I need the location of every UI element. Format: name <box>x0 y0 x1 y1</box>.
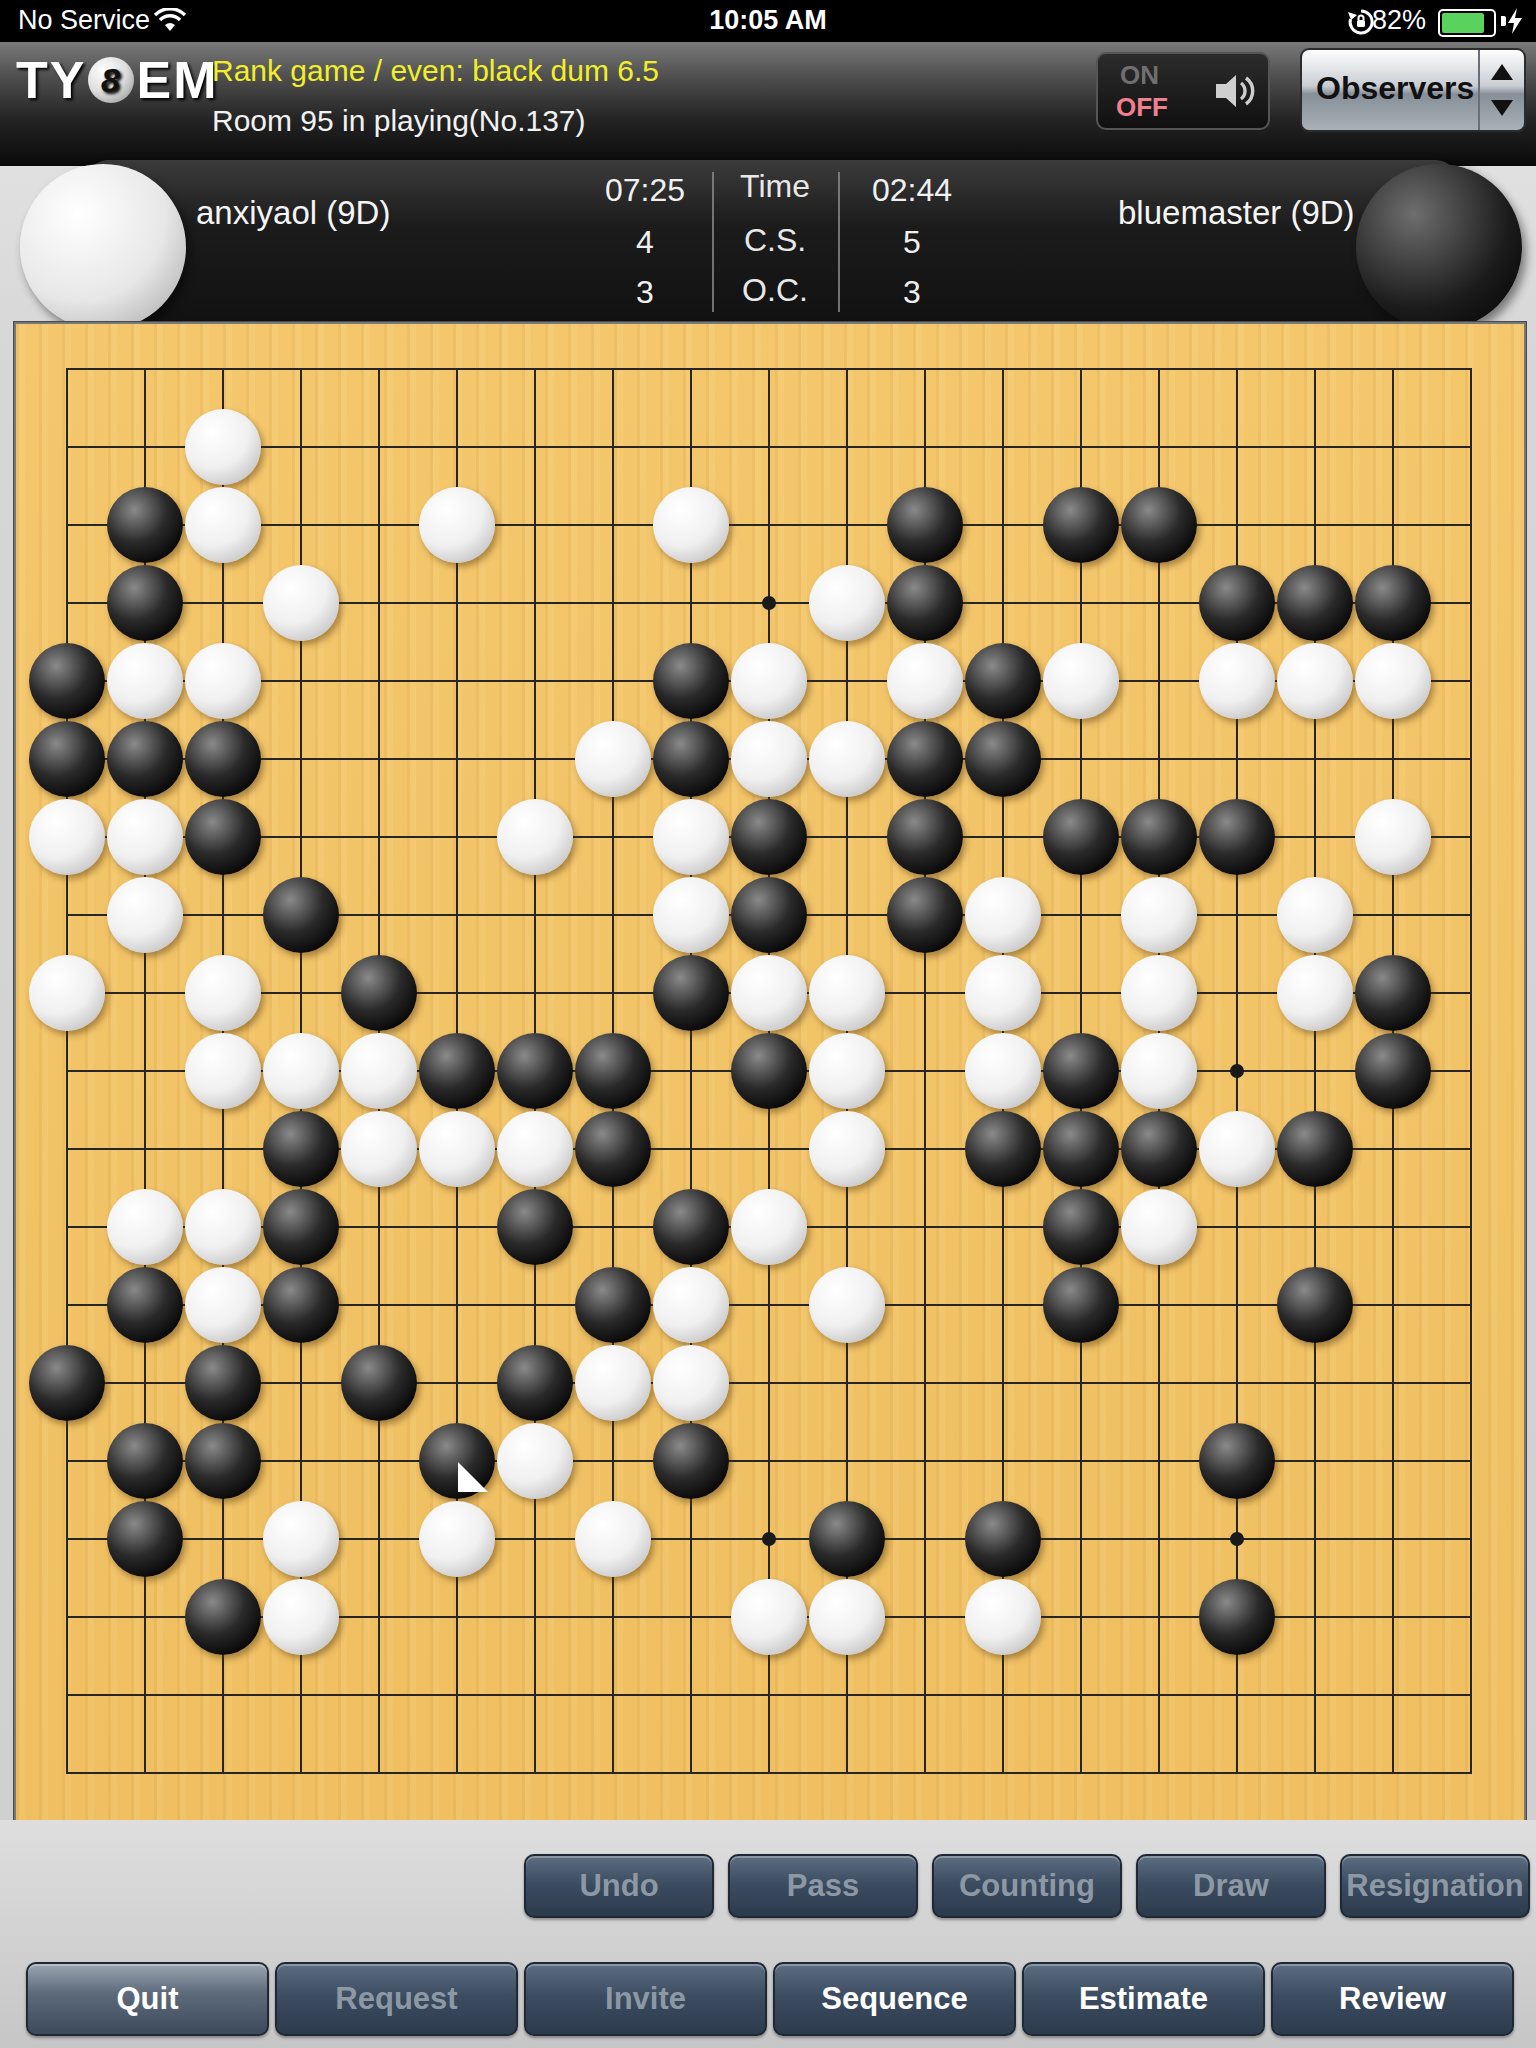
invite-button[interactable]: Invite <box>524 1962 767 2036</box>
white-stone-c3r12 <box>185 1189 261 1265</box>
black-stone-c5r14 <box>341 1345 417 1421</box>
black-stone-c8r11 <box>575 1111 651 1187</box>
white-stone-c10r5 <box>731 643 807 719</box>
white-stone-c11r4 <box>809 565 885 641</box>
white-stone-c3r10 <box>185 1033 261 1109</box>
black-stone-c2r3 <box>107 487 183 563</box>
black-stone-c12r4 <box>887 565 963 641</box>
black-stone-c4r13 <box>263 1267 339 1343</box>
battery-percent-label: 82% <box>1372 5 1426 36</box>
black-stone-c18r10 <box>1355 1033 1431 1109</box>
black-stone-c9r15 <box>653 1423 729 1499</box>
black-stone-c13r6 <box>965 721 1041 797</box>
black-stone-c18r4 <box>1355 565 1431 641</box>
sequence-button[interactable]: Sequence <box>773 1962 1016 2036</box>
panel-divider <box>712 172 714 312</box>
white-stone-c2r7 <box>107 799 183 875</box>
white-stone-c8r16 <box>575 1501 651 1577</box>
white-stone-c5r10 <box>341 1033 417 1109</box>
black-stone-c3r17 <box>185 1579 261 1655</box>
white-stone-c15r8 <box>1121 877 1197 953</box>
black-stone-c18r9 <box>1355 955 1431 1031</box>
black-stone-c1r5 <box>29 643 105 719</box>
white-stone-c10r12 <box>731 1189 807 1265</box>
black-stone-c7r10 <box>497 1033 573 1109</box>
estimate-button[interactable]: Estimate <box>1022 1962 1265 2036</box>
white-stone-c4r16 <box>263 1501 339 1577</box>
go-board[interactable] <box>14 322 1526 1824</box>
white-stone-c16r5 <box>1199 643 1275 719</box>
black-stone-c12r3 <box>887 487 963 563</box>
white-stone-c11r17 <box>809 1579 885 1655</box>
black-stone-c2r6 <box>107 721 183 797</box>
white-stone-c2r8 <box>107 877 183 953</box>
black-stone-c10r8 <box>731 877 807 953</box>
star-point <box>1230 1064 1244 1078</box>
black-stone-c9r6 <box>653 721 729 797</box>
white-stone-c11r11 <box>809 1111 885 1187</box>
grid-line-h <box>66 1382 1472 1384</box>
left-oc: 3 <box>585 274 705 311</box>
white-stone-c3r5 <box>185 643 261 719</box>
status-bar: No Service 10:05 AM 82% <box>0 0 1536 42</box>
black-stone-c2r15 <box>107 1423 183 1499</box>
black-stone-c17r13 <box>1277 1267 1353 1343</box>
sound-on-label: ON <box>1120 60 1159 91</box>
white-stone-c13r17 <box>965 1579 1041 1655</box>
grid-line-v <box>1470 368 1472 1774</box>
white-stone-c11r9 <box>809 955 885 1031</box>
white-stone-c3r3 <box>185 487 261 563</box>
captures-label: C.S. <box>715 222 835 259</box>
white-stone-c6r3 <box>419 487 495 563</box>
clock-label: 10:05 AM <box>709 5 827 36</box>
tygem-logo: TY8EM <box>16 50 218 110</box>
battery-icon <box>1438 9 1496 37</box>
black-stone-c13r5 <box>965 643 1041 719</box>
white-stone-c8r6 <box>575 721 651 797</box>
white-stone-c1r7 <box>29 799 105 875</box>
white-stone-c9r8 <box>653 877 729 953</box>
white-stone-c15r12 <box>1121 1189 1197 1265</box>
black-stone-c10r10 <box>731 1033 807 1109</box>
white-stone-c9r7 <box>653 799 729 875</box>
black-stone-c10r7 <box>731 799 807 875</box>
logo-stone-icon: 8 <box>88 57 134 103</box>
room-status: Room 95 in playing(No.137) <box>212 104 586 138</box>
black-stone-c12r6 <box>887 721 963 797</box>
carrier-label: No Service <box>18 5 150 36</box>
resignation-button[interactable]: Resignation <box>1340 1854 1530 1918</box>
right-oc: 3 <box>852 274 972 311</box>
white-stone-c6r16 <box>419 1501 495 1577</box>
right-player-name: bluemaster (9D) <box>1118 194 1355 232</box>
white-stone-c4r4 <box>263 565 339 641</box>
header-bar: TY8EM Rank game / even: black dum 6.5 Ro… <box>0 42 1536 166</box>
black-stone-c3r6 <box>185 721 261 797</box>
white-stone-c1r9 <box>29 955 105 1031</box>
star-point <box>762 596 776 610</box>
white-stone-c6r11 <box>419 1111 495 1187</box>
black-stone-c17r11 <box>1277 1111 1353 1187</box>
right-captures: 5 <box>852 224 972 261</box>
black-stone-c7r12 <box>497 1189 573 1265</box>
left-player-name: anxiyaol (9D) <box>196 194 390 232</box>
black-stone-c9r9 <box>653 955 729 1031</box>
white-stone-c13r8 <box>965 877 1041 953</box>
black-stone-c15r7 <box>1121 799 1197 875</box>
left-captures: 4 <box>585 224 705 261</box>
black-stone-c9r5 <box>653 643 729 719</box>
black-stone-c11r16 <box>809 1501 885 1577</box>
left-time: 07:25 <box>585 172 705 209</box>
white-stone-c11r13 <box>809 1267 885 1343</box>
black-stone-c12r8 <box>887 877 963 953</box>
spinner-up-icon[interactable] <box>1491 64 1513 80</box>
charging-bolt-icon <box>1508 8 1522 34</box>
black-stone-c8r10 <box>575 1033 651 1109</box>
black-stone-c15r11 <box>1121 1111 1197 1187</box>
black-stone-c9r12 <box>653 1189 729 1265</box>
white-stone-c11r6 <box>809 721 885 797</box>
white-stone-c16r11 <box>1199 1111 1275 1187</box>
black-stone-c6r10 <box>419 1033 495 1109</box>
app-screen: No Service 10:05 AM 82% TY8EM Rank game … <box>0 0 1536 2048</box>
counting-button[interactable]: Counting <box>932 1854 1122 1918</box>
star-point <box>762 1532 776 1546</box>
white-stone-c3r9 <box>185 955 261 1031</box>
white-stone-c7r15 <box>497 1423 573 1499</box>
game-title: Rank game / even: black dum 6.5 <box>212 54 659 88</box>
white-stone-c15r10 <box>1121 1033 1197 1109</box>
white-stone-c13r10 <box>965 1033 1041 1109</box>
white-stone-c11r10 <box>809 1033 885 1109</box>
white-stone-c9r3 <box>653 487 729 563</box>
white-stone-c18r5 <box>1355 643 1431 719</box>
black-stone-c3r7 <box>185 799 261 875</box>
black-stone-c3r15 <box>185 1423 261 1499</box>
white-stone-c17r8 <box>1277 877 1353 953</box>
black-stone-c14r10 <box>1043 1033 1119 1109</box>
time-label: Time <box>715 168 835 205</box>
white-stone-c5r11 <box>341 1111 417 1187</box>
black-stone-c4r8 <box>263 877 339 953</box>
observers-label: Observers <box>1316 70 1474 107</box>
black-stone-c15r3 <box>1121 487 1197 563</box>
white-player-stone-avatar <box>20 164 186 330</box>
white-stone-c10r17 <box>731 1579 807 1655</box>
black-stone-c17r4 <box>1277 565 1353 641</box>
review-button[interactable]: Review <box>1271 1962 1514 2036</box>
white-stone-c3r13 <box>185 1267 261 1343</box>
black-stone-c12r7 <box>887 799 963 875</box>
white-stone-c10r6 <box>731 721 807 797</box>
black-stone-c7r14 <box>497 1345 573 1421</box>
white-stone-c18r7 <box>1355 799 1431 875</box>
white-stone-c2r12 <box>107 1189 183 1265</box>
black-stone-c14r13 <box>1043 1267 1119 1343</box>
undo-button[interactable]: Undo <box>524 1854 714 1918</box>
black-stone-c14r7 <box>1043 799 1119 875</box>
white-stone-c12r5 <box>887 643 963 719</box>
black-stone-c14r3 <box>1043 487 1119 563</box>
white-stone-c8r14 <box>575 1345 651 1421</box>
panel-divider <box>838 172 840 312</box>
pass-button[interactable]: Pass <box>728 1854 918 1918</box>
white-stone-c15r9 <box>1121 955 1197 1031</box>
star-point <box>1230 1532 1244 1546</box>
black-stone-c3r14 <box>185 1345 261 1421</box>
white-stone-c9r14 <box>653 1345 729 1421</box>
black-stone-c8r13 <box>575 1267 651 1343</box>
right-time: 02:44 <box>852 172 972 209</box>
black-stone-c13r11 <box>965 1111 1041 1187</box>
white-stone-c10r9 <box>731 955 807 1031</box>
black-stone-c4r12 <box>263 1189 339 1265</box>
sound-toggle[interactable]: ON OFF <box>1096 52 1270 130</box>
observers-spinner[interactable] <box>1478 50 1524 130</box>
black-stone-c14r12 <box>1043 1189 1119 1265</box>
grid-line-h <box>66 1694 1472 1696</box>
wifi-icon <box>152 8 188 34</box>
observers-button[interactable]: Observers <box>1300 48 1526 132</box>
white-stone-c17r9 <box>1277 955 1353 1031</box>
white-stone-c3r2 <box>185 409 261 485</box>
black-stone-c16r7 <box>1199 799 1275 875</box>
white-stone-c7r7 <box>497 799 573 875</box>
white-stone-c2r5 <box>107 643 183 719</box>
grid-line-h <box>66 1772 1472 1774</box>
white-stone-c4r10 <box>263 1033 339 1109</box>
black-player-stone-avatar <box>1356 164 1522 330</box>
black-stone-c6r15 <box>419 1423 495 1499</box>
draw-button[interactable]: Draw <box>1136 1854 1326 1918</box>
quit-button[interactable]: Quit <box>26 1962 269 2036</box>
white-stone-c13r9 <box>965 955 1041 1031</box>
black-stone-c1r14 <box>29 1345 105 1421</box>
black-stone-c2r16 <box>107 1501 183 1577</box>
white-stone-c7r11 <box>497 1111 573 1187</box>
black-stone-c16r17 <box>1199 1579 1275 1655</box>
sound-off-label: OFF <box>1116 92 1168 123</box>
oc-label: O.C. <box>715 272 835 309</box>
black-stone-c16r15 <box>1199 1423 1275 1499</box>
request-button[interactable]: Request <box>275 1962 518 2036</box>
black-stone-c4r11 <box>263 1111 339 1187</box>
black-stone-c13r16 <box>965 1501 1041 1577</box>
white-stone-c4r17 <box>263 1579 339 1655</box>
black-stone-c14r11 <box>1043 1111 1119 1187</box>
bottom-button-bar: UndoPassCountingDrawResignationQuitReque… <box>0 1820 1536 2048</box>
speaker-icon <box>1212 68 1258 114</box>
black-stone-c2r4 <box>107 565 183 641</box>
black-stone-c2r13 <box>107 1267 183 1343</box>
white-stone-c17r5 <box>1277 643 1353 719</box>
black-stone-c16r4 <box>1199 565 1275 641</box>
white-stone-c9r13 <box>653 1267 729 1343</box>
black-stone-c5r9 <box>341 955 417 1031</box>
black-stone-c1r6 <box>29 721 105 797</box>
spinner-down-icon[interactable] <box>1491 100 1513 116</box>
white-stone-c14r5 <box>1043 643 1119 719</box>
